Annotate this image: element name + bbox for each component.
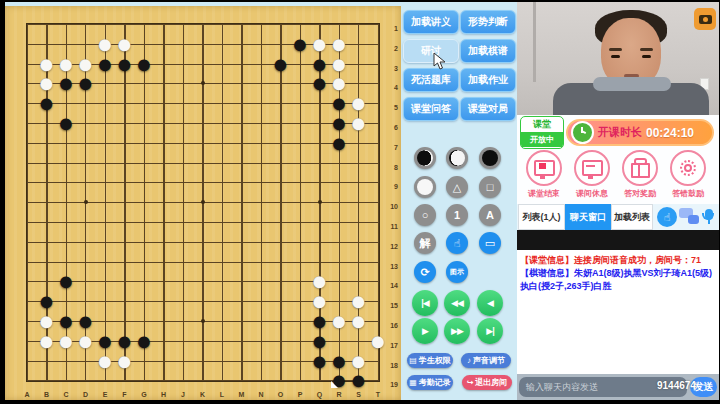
answer-tool-icon: 解 (420, 236, 431, 251)
star-point (201, 81, 205, 85)
coordinate-letter: O (278, 391, 283, 398)
attendance-record-button-icon: ▦ (409, 378, 417, 387)
timer-label: 开课时长 (598, 125, 642, 140)
load-homework-button[interactable]: 加载作业 (460, 68, 516, 92)
fast-forward-button-icon: ▶▶ (451, 326, 463, 336)
stone-white-B4[interactable]: ● (37, 73, 57, 93)
stone-white-T17[interactable]: ● (368, 331, 388, 351)
class-break-button[interactable]: 课间休息 (568, 150, 616, 199)
coordinate-number: 15 (390, 302, 398, 309)
end-class-button-label: 课堂结束 (520, 188, 568, 199)
coordinate-letter: J (181, 391, 185, 398)
stone-black-R19[interactable]: ● (329, 370, 349, 390)
coordinate-number: 11 (391, 223, 398, 230)
watermark-number: 9144674 (657, 380, 696, 391)
stone-black-C14[interactable]: ● (56, 271, 76, 291)
hand-pointer-tool[interactable]: ☝ (446, 232, 468, 254)
stone-white-F2[interactable]: ● (115, 34, 135, 54)
circle-marker-tool[interactable]: ○ (414, 204, 436, 226)
badge-title: 课堂 (521, 117, 563, 132)
diagram-tool[interactable]: 图示 (446, 261, 468, 283)
stone-white-Q2[interactable]: ● (310, 34, 330, 54)
stone-white-R4[interactable]: ● (329, 73, 349, 93)
class-break-button-label: 课间休息 (568, 188, 616, 199)
chat-bubbles-button[interactable] (679, 207, 699, 225)
stone-black-Q4[interactable]: ● (310, 73, 330, 93)
alternate-black-stone-tool[interactable] (414, 147, 436, 169)
play-button[interactable]: ▶ (412, 318, 438, 344)
coordinate-number: 2 (394, 44, 398, 51)
star-point (201, 319, 205, 323)
stone-black-O3[interactable]: ● (271, 54, 291, 74)
life-death-problems-button[interactable]: 死活题库 (403, 68, 459, 92)
eraser-roller-tool[interactable]: ▭ (479, 232, 501, 254)
chat-message: 【棋谱信息】朱妍A1(8级)执黑VS刘子琦A1(5级)执白(授2子,263手)白… (520, 267, 716, 293)
position-judgment-button[interactable]: 形势判断 (460, 10, 516, 34)
microphone-icon (705, 209, 713, 220)
coordinate-letter: G (141, 391, 146, 398)
stone-white-Q15[interactable]: ● (310, 291, 330, 311)
stone-black-G3[interactable]: ● (134, 54, 154, 74)
coordinate-number: 16 (390, 322, 398, 329)
medal-icon (680, 160, 696, 176)
star-point (318, 200, 322, 204)
coordinate-number: 13 (390, 262, 398, 269)
teacher-video (517, 2, 719, 115)
gift-icon (631, 163, 650, 178)
correct-reward-button-label: 答对奖励 (616, 188, 664, 199)
raise-hand-button[interactable]: ☝ (657, 207, 677, 227)
coordinate-number: 7 (394, 143, 398, 150)
classroom-game-button[interactable]: 课堂对局 (460, 97, 516, 121)
fast-rewind-button-icon: ◀◀ (451, 298, 463, 308)
chat-bubbles-icon (679, 207, 699, 225)
chat-header-bar (517, 230, 719, 250)
sound-adjust-button[interactable]: ♪声音调节 (461, 353, 511, 368)
coordinate-letter: P (298, 391, 303, 398)
coordinate-number: 17 (390, 341, 398, 348)
exit-room-button-icon: ↪ (467, 378, 474, 387)
monitor-stop-icon (534, 160, 555, 176)
mouse-cursor (433, 52, 446, 70)
alternate-white-stone-tool[interactable] (446, 147, 468, 169)
white-stone-tool-icon (417, 179, 433, 195)
attendance-record-button[interactable]: ▦考勤记录 (407, 375, 453, 390)
raise-hand-icon: ☝ (657, 207, 677, 227)
stone-black-C6[interactable]: ● (56, 113, 76, 133)
coordinate-number: 4 (394, 84, 398, 91)
coordinate-letter: C (63, 391, 68, 398)
stone-white-S16[interactable]: ● (349, 311, 369, 331)
exit-room-button[interactable]: ↪退出房间 (462, 375, 512, 390)
stone-white-C3[interactable]: ● (56, 54, 76, 74)
prev-move-button-icon: ◀ (487, 298, 493, 308)
letter-marker-tool-icon: A (486, 209, 494, 221)
encourage-button-circle (670, 150, 706, 186)
star-point (84, 200, 88, 204)
end-class-button[interactable]: 课堂结束 (520, 150, 568, 199)
alternate-white-stone-tool-icon (449, 150, 465, 166)
sound-adjust-button-icon: ♪ (467, 356, 471, 365)
fast-rewind-button[interactable]: ◀◀ (444, 290, 470, 316)
coordinate-number: 19 (390, 381, 398, 388)
coordinate-number: 18 (390, 361, 398, 368)
tab-load-list[interactable]: 加载列表 (611, 204, 653, 230)
black-stone-tool-icon (482, 150, 498, 166)
sound-adjust-button-label: 声音调节 (473, 355, 505, 366)
student-permissions-button[interactable]: ▤学生权限 (407, 353, 453, 368)
class-break-button-circle (574, 150, 610, 186)
answer-tool[interactable]: 解 (414, 232, 436, 254)
last-move-button[interactable]: ▶| (477, 318, 503, 344)
coordinate-number: 12 (390, 242, 398, 249)
tab-chat-window[interactable]: 聊天窗口 (565, 204, 611, 230)
eraser-roller-tool-icon: ▭ (485, 237, 495, 250)
encourage-button[interactable]: 答错鼓励 (664, 150, 712, 199)
coordinate-number: 3 (394, 64, 398, 71)
coordinate-number: 5 (394, 104, 398, 111)
coordinate-number: 9 (394, 183, 398, 190)
last-move-marker (331, 381, 338, 388)
load-kifu-button[interactable]: 加载棋谱 (460, 39, 516, 63)
first-move-button-icon: |◀ (421, 298, 428, 308)
coordinate-number: 1 (394, 25, 398, 32)
coordinate-letter: M (239, 391, 245, 398)
stone-white-F18[interactable]: ● (115, 351, 135, 371)
coordinate-letter: L (220, 391, 224, 398)
stone-black-Q18[interactable]: ● (310, 351, 330, 371)
monitor-break-icon (582, 160, 603, 176)
coordinate-letter: A (24, 391, 29, 398)
stone-white-E18[interactable]: ● (95, 351, 115, 371)
clock-icon (571, 121, 594, 144)
camera-icon[interactable] (694, 8, 716, 30)
badge-status: 开放中 (521, 132, 563, 147)
correct-reward-button[interactable]: 答对奖励 (616, 150, 664, 199)
encourage-button-label: 答错鼓励 (664, 188, 712, 199)
coordinate-number: 6 (394, 124, 398, 131)
coordinate-letter: T (376, 391, 380, 398)
number-marker-tool-icon: 1 (454, 209, 460, 221)
stone-white-S6[interactable]: ● (349, 113, 369, 133)
board-grid[interactable]: ●●●●●●●●●●●●●●●●●●●●●●●●●●●●●●●●●●●●●●●●… (27, 24, 379, 381)
attendance-record-button-label: 考勤记录 (419, 377, 451, 388)
stone-black-P2[interactable]: ● (290, 34, 310, 54)
triangle-marker-tool-icon: △ (453, 181, 461, 194)
alternate-black-stone-tool-icon (417, 150, 433, 166)
refresh-tool-icon: ⟳ (420, 266, 429, 279)
load-lecture-button[interactable]: 加载讲义 (403, 10, 459, 34)
end-class-button-circle (526, 150, 562, 186)
coordinate-number: 14 (390, 282, 398, 289)
star-point (201, 200, 205, 204)
coordinate-letter: D (83, 391, 88, 398)
stone-white-B17[interactable]: ● (37, 331, 57, 351)
right-panel: 课堂 开放中 开课时长 00:24:10 课堂结束课间休息答对奖励答错鼓励 列表… (517, 2, 719, 400)
video-background (533, 2, 536, 82)
first-move-button[interactable]: |◀ (412, 290, 438, 316)
prev-move-button[interactable]: ◀ (477, 290, 503, 316)
classroom-status-badge: 课堂 开放中 (520, 116, 564, 149)
coordinate-letter: E (103, 391, 108, 398)
number-marker-tool[interactable]: 1 (446, 204, 468, 226)
go-board[interactable]: ●●●●●●●●●●●●●●●●●●●●●●●●●●●●●●●●●●●●●●●●… (5, 6, 401, 400)
chat-message: 【课堂信息】连接房间语音成功，房间号：71 (520, 254, 716, 267)
stone-white-S18[interactable]: ● (349, 351, 369, 371)
stone-black-G17[interactable]: ● (134, 331, 154, 351)
class-status-card: 课堂 开放中 开课时长 00:24:10 课堂结束课间休息答对奖励答错鼓励 (517, 115, 719, 204)
play-button-icon: ▶ (422, 326, 428, 336)
diagram-tool-icon: 图示 (450, 267, 464, 277)
coordinate-letter: K (200, 391, 205, 398)
classroom-qa-button[interactable]: 课堂问答 (403, 97, 459, 121)
coordinate-letter: Q (317, 391, 322, 398)
coordinate-letter: F (122, 391, 126, 398)
student-permissions-button-label: 学生权限 (419, 355, 451, 366)
letter-marker-tool[interactable]: A (479, 204, 501, 226)
coordinate-number: 8 (394, 163, 398, 170)
fast-forward-button[interactable]: ▶▶ (444, 318, 470, 344)
stone-white-R16[interactable]: ● (329, 311, 349, 331)
last-move-button-icon: ▶| (486, 326, 493, 336)
coordinate-letter: B (44, 391, 49, 398)
refresh-tool[interactable]: ⟳ (414, 261, 436, 283)
stone-white-D3[interactable]: ● (76, 54, 96, 74)
timer-value: 00:24:10 (646, 126, 694, 140)
tab-member-list[interactable]: 列表(1人) (518, 204, 565, 230)
white-stone-tool[interactable] (414, 176, 436, 198)
stone-black-R7[interactable]: ● (329, 133, 349, 153)
exit-room-button-label: 退出房间 (475, 377, 507, 388)
class-timer: 开课时长 00:24:10 (566, 119, 714, 146)
correct-reward-button-circle (622, 150, 658, 186)
microphone-button[interactable] (701, 207, 717, 220)
student-permissions-button-icon: ▤ (409, 356, 417, 365)
square-marker-tool-icon: □ (487, 181, 494, 193)
coordinate-number: 10 (390, 203, 398, 210)
black-stone-tool[interactable] (479, 147, 501, 169)
app-window: ●●●●●●●●●●●●●●●●●●●●●●●●●●●●●●●●●●●●●●●●… (5, 2, 719, 400)
chat-message-area: 【课堂信息】连接房间语音成功，房间号：71【棋谱信息】朱妍A1(8级)执黑VS刘… (517, 250, 719, 374)
coordinate-letter: N (258, 391, 263, 398)
coordinate-letter: H (161, 391, 166, 398)
square-marker-tool[interactable]: □ (479, 176, 501, 198)
hand-pointer-tool-icon: ☝ (454, 237, 461, 250)
stone-white-D17[interactable]: ● (76, 331, 96, 351)
discussion-button[interactable]: 研讨 (403, 39, 459, 63)
triangle-marker-tool[interactable]: △ (446, 176, 468, 198)
circle-marker-tool-icon: ○ (422, 209, 429, 221)
chat-tabs-row: 列表(1人)聊天窗口加载列表☝ (517, 204, 719, 230)
stone-white-E2[interactable]: ● (95, 34, 115, 54)
stone-white-C17[interactable]: ● (56, 331, 76, 351)
